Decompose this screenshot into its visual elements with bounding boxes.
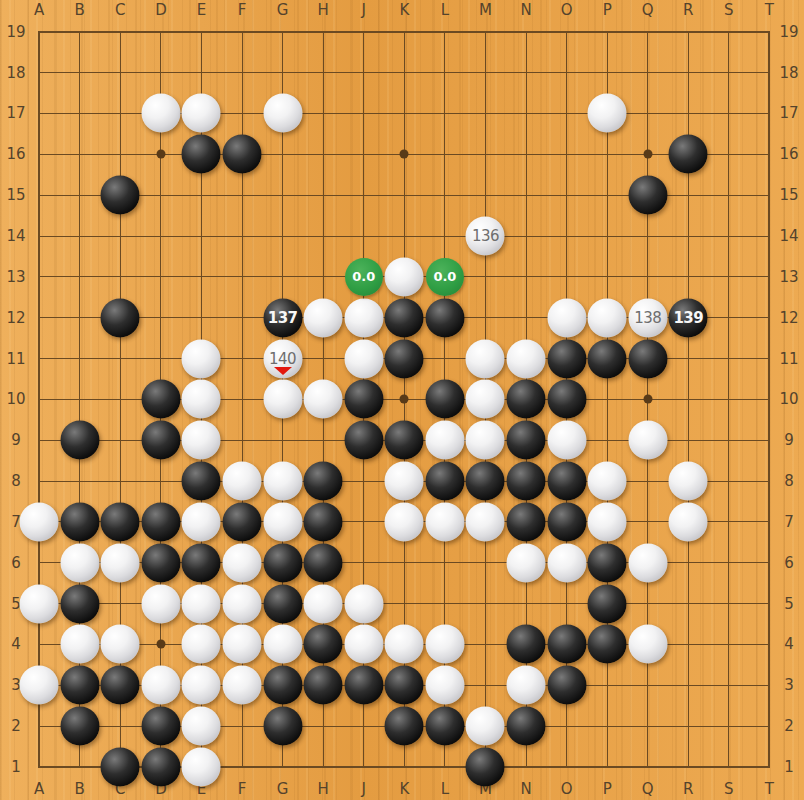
- white-stone-E4[interactable]: [182, 625, 221, 664]
- white-stone-E7[interactable]: [182, 502, 221, 541]
- black-stone-B9[interactable]: [60, 421, 99, 460]
- coord-top-N: N: [520, 1, 531, 19]
- black-stone-E6[interactable]: [182, 543, 221, 582]
- coord-right-10: 10: [779, 390, 798, 408]
- coord-top-F: F: [238, 1, 247, 19]
- white-stone-R7[interactable]: [669, 502, 708, 541]
- white-stone-J11[interactable]: [344, 339, 383, 378]
- black-stone-L12[interactable]: [425, 298, 464, 337]
- coord-right-8: 8: [784, 472, 794, 490]
- white-stone-L4[interactable]: [425, 625, 464, 664]
- coord-bottom-S: S: [724, 780, 734, 798]
- white-stone-B4[interactable]: [60, 625, 99, 664]
- white-stone-E2[interactable]: [182, 707, 221, 746]
- coord-bottom-N: N: [520, 780, 531, 798]
- white-stone-O9[interactable]: [547, 421, 586, 460]
- coord-right-11: 11: [779, 350, 798, 368]
- white-stone-F6[interactable]: [223, 543, 262, 582]
- white-stone-J5[interactable]: [344, 584, 383, 623]
- black-stone-K9[interactable]: [385, 421, 424, 460]
- coord-left-18: 18: [6, 64, 25, 82]
- black-stone-Q15[interactable]: [628, 176, 667, 215]
- black-stone-J10[interactable]: [344, 380, 383, 419]
- coord-top-R: R: [683, 1, 693, 19]
- white-stone-R8[interactable]: [669, 462, 708, 501]
- white-stone-M2[interactable]: [466, 707, 505, 746]
- coord-top-K: K: [399, 1, 409, 19]
- white-stone-N3[interactable]: [507, 666, 546, 705]
- coord-left-4: 4: [11, 635, 21, 653]
- coord-top-Q: Q: [642, 1, 654, 19]
- white-stone-C6[interactable]: [101, 543, 140, 582]
- coord-left-14: 14: [6, 227, 25, 245]
- white-stone-Q9[interactable]: [628, 421, 667, 460]
- star-point-K10: [400, 395, 409, 404]
- coord-right-7: 7: [784, 513, 794, 531]
- coord-top-S: S: [724, 1, 734, 19]
- black-stone-H3[interactable]: [304, 666, 343, 705]
- black-stone-H7[interactable]: [304, 502, 343, 541]
- white-stone-F3[interactable]: [223, 666, 262, 705]
- black-stone-P11[interactable]: [588, 339, 627, 378]
- black-stone-O10[interactable]: [547, 380, 586, 419]
- white-stone-D3[interactable]: [141, 666, 180, 705]
- coord-right-14: 14: [779, 227, 798, 245]
- coord-left-11: 11: [6, 350, 25, 368]
- black-stone-C1[interactable]: [101, 747, 140, 786]
- black-stone-P4[interactable]: [588, 625, 627, 664]
- black-stone-L10[interactable]: [425, 380, 464, 419]
- grid-vline: [728, 32, 729, 767]
- move-number-139: 139: [673, 310, 703, 325]
- coord-left-13: 13: [6, 268, 25, 286]
- coord-left-10: 10: [6, 390, 25, 408]
- black-stone-F16[interactable]: [223, 135, 262, 174]
- white-stone-H12[interactable]: [304, 298, 343, 337]
- white-stone-L7[interactable]: [425, 502, 464, 541]
- coord-right-12: 12: [779, 309, 798, 327]
- white-stone-M7[interactable]: [466, 502, 505, 541]
- white-stone-K4[interactable]: [385, 625, 424, 664]
- coord-top-E: E: [197, 1, 206, 19]
- black-stone-K2[interactable]: [385, 707, 424, 746]
- black-stone-N10[interactable]: [507, 380, 546, 419]
- coord-right-15: 15: [779, 186, 798, 204]
- black-stone-C3[interactable]: [101, 666, 140, 705]
- black-stone-O4[interactable]: [547, 625, 586, 664]
- white-stone-M14[interactable]: 136: [466, 217, 505, 256]
- black-stone-O7[interactable]: [547, 502, 586, 541]
- coord-left-1: 1: [11, 758, 21, 776]
- white-stone-P8[interactable]: [588, 462, 627, 501]
- analysis-suggestion-L13[interactable]: 0.0: [426, 258, 464, 296]
- black-stone-D10[interactable]: [141, 380, 180, 419]
- coord-top-C: C: [115, 1, 125, 19]
- coord-bottom-L: L: [441, 780, 449, 798]
- coord-left-9: 9: [11, 431, 21, 449]
- black-stone-O3[interactable]: [547, 666, 586, 705]
- coord-right-19: 19: [779, 23, 798, 41]
- coord-bottom-T: T: [765, 780, 774, 798]
- coord-left-2: 2: [11, 717, 21, 735]
- coord-bottom-B: B: [75, 780, 85, 798]
- white-stone-K8[interactable]: [385, 462, 424, 501]
- white-stone-B6[interactable]: [60, 543, 99, 582]
- white-stone-Q12[interactable]: 138: [628, 298, 667, 337]
- coord-left-8: 8: [11, 472, 21, 490]
- grid-vline: [768, 32, 770, 767]
- white-stone-P12[interactable]: [588, 298, 627, 337]
- black-stone-C12[interactable]: [101, 298, 140, 337]
- black-stone-E8[interactable]: [182, 462, 221, 501]
- white-stone-E9[interactable]: [182, 421, 221, 460]
- coord-left-12: 12: [6, 309, 25, 327]
- white-stone-G17[interactable]: [263, 94, 302, 133]
- coord-left-17: 17: [6, 104, 25, 122]
- white-stone-C4[interactable]: [101, 625, 140, 664]
- white-stone-J4[interactable]: [344, 625, 383, 664]
- black-stone-C7[interactable]: [101, 502, 140, 541]
- black-stone-Q11[interactable]: [628, 339, 667, 378]
- coord-bottom-H: H: [318, 780, 329, 798]
- coord-right-9: 9: [784, 431, 794, 449]
- black-stone-N9[interactable]: [507, 421, 546, 460]
- go-board-app: AABBCCDDEEFFGGHHJJKKLLMMNNOOPPQQRRSSTT19…: [0, 0, 804, 800]
- coord-bottom-F: F: [238, 780, 247, 798]
- black-stone-G12[interactable]: 137: [263, 298, 302, 337]
- white-stone-O6[interactable]: [547, 543, 586, 582]
- coord-left-15: 15: [6, 186, 25, 204]
- black-stone-H4[interactable]: [304, 625, 343, 664]
- coord-top-P: P: [603, 1, 612, 19]
- black-stone-G2[interactable]: [263, 707, 302, 746]
- black-stone-F7[interactable]: [223, 502, 262, 541]
- black-stone-K11[interactable]: [385, 339, 424, 378]
- coord-top-D: D: [155, 1, 167, 19]
- black-stone-B3[interactable]: [60, 666, 99, 705]
- white-stone-P7[interactable]: [588, 502, 627, 541]
- analysis-suggestion-J13[interactable]: 0.0: [345, 258, 383, 296]
- black-stone-B2[interactable]: [60, 707, 99, 746]
- white-stone-E10[interactable]: [182, 380, 221, 419]
- coord-right-4: 4: [784, 635, 794, 653]
- coord-right-17: 17: [779, 104, 798, 122]
- coord-right-13: 13: [779, 268, 798, 286]
- black-stone-D7[interactable]: [141, 502, 180, 541]
- black-stone-K12[interactable]: [385, 298, 424, 337]
- white-stone-Q6[interactable]: [628, 543, 667, 582]
- white-stone-J12[interactable]: [344, 298, 383, 337]
- star-point-Q10: [643, 395, 652, 404]
- coord-right-1: 1: [784, 758, 794, 776]
- black-stone-L2[interactable]: [425, 707, 464, 746]
- white-stone-F4[interactable]: [223, 625, 262, 664]
- coord-top-T: T: [765, 1, 774, 19]
- black-stone-K3[interactable]: [385, 666, 424, 705]
- move-number-138: 138: [634, 310, 661, 325]
- coord-bottom-Q: Q: [642, 780, 654, 798]
- coord-top-J: J: [362, 1, 366, 19]
- coord-right-3: 3: [784, 676, 794, 694]
- white-stone-G7[interactable]: [263, 502, 302, 541]
- black-stone-D6[interactable]: [141, 543, 180, 582]
- move-number-140: 140: [269, 351, 296, 366]
- white-stone-K7[interactable]: [385, 502, 424, 541]
- black-stone-O8[interactable]: [547, 462, 586, 501]
- black-stone-J9[interactable]: [344, 421, 383, 460]
- coord-top-B: B: [75, 1, 85, 19]
- star-point-K16: [400, 150, 409, 159]
- white-stone-D17[interactable]: [141, 94, 180, 133]
- white-stone-L9[interactable]: [425, 421, 464, 460]
- black-stone-N8[interactable]: [507, 462, 546, 501]
- coord-bottom-P: P: [603, 780, 612, 798]
- black-stone-M1[interactable]: [466, 747, 505, 786]
- black-stone-G6[interactable]: [263, 543, 302, 582]
- black-stone-B7[interactable]: [60, 502, 99, 541]
- white-stone-E11[interactable]: [182, 339, 221, 378]
- white-stone-P17[interactable]: [588, 94, 627, 133]
- white-stone-M9[interactable]: [466, 421, 505, 460]
- coord-bottom-K: K: [399, 780, 409, 798]
- white-stone-F8[interactable]: [223, 462, 262, 501]
- white-stone-D5[interactable]: [141, 584, 180, 623]
- coord-top-A: A: [34, 1, 44, 19]
- white-stone-A5[interactable]: [20, 584, 59, 623]
- coord-right-6: 6: [784, 554, 794, 572]
- black-stone-D9[interactable]: [141, 421, 180, 460]
- white-stone-M10[interactable]: [466, 380, 505, 419]
- white-stone-G10[interactable]: [263, 380, 302, 419]
- white-stone-G4[interactable]: [263, 625, 302, 664]
- coord-right-16: 16: [779, 145, 798, 163]
- black-stone-D1[interactable]: [141, 747, 180, 786]
- last-move-marker-icon: [274, 367, 292, 375]
- black-stone-J3[interactable]: [344, 666, 383, 705]
- coord-left-19: 19: [6, 23, 25, 41]
- coord-bottom-R: R: [683, 780, 693, 798]
- white-stone-A7[interactable]: [20, 502, 59, 541]
- white-stone-H10[interactable]: [304, 380, 343, 419]
- black-stone-P6[interactable]: [588, 543, 627, 582]
- star-point-D4: [156, 640, 165, 649]
- white-stone-H5[interactable]: [304, 584, 343, 623]
- black-stone-N7[interactable]: [507, 502, 546, 541]
- coord-right-2: 2: [784, 717, 794, 735]
- move-number-136: 136: [472, 229, 499, 244]
- white-stone-G8[interactable]: [263, 462, 302, 501]
- white-stone-F5[interactable]: [223, 584, 262, 623]
- coord-right-18: 18: [779, 64, 798, 82]
- star-point-Q16: [643, 150, 652, 159]
- coord-bottom-A: A: [34, 780, 44, 798]
- coord-left-16: 16: [6, 145, 25, 163]
- black-stone-L8[interactable]: [425, 462, 464, 501]
- white-stone-Q4[interactable]: [628, 625, 667, 664]
- white-stone-O12[interactable]: [547, 298, 586, 337]
- white-stone-A3[interactable]: [20, 666, 59, 705]
- coord-top-O: O: [561, 1, 573, 19]
- white-stone-E5[interactable]: [182, 584, 221, 623]
- black-stone-P5[interactable]: [588, 584, 627, 623]
- black-stone-N4[interactable]: [507, 625, 546, 664]
- black-stone-G3[interactable]: [263, 666, 302, 705]
- white-stone-E1[interactable]: [182, 747, 221, 786]
- white-stone-N11[interactable]: [507, 339, 546, 378]
- white-stone-K13[interactable]: [385, 257, 424, 296]
- black-stone-M8[interactable]: [466, 462, 505, 501]
- black-stone-R12[interactable]: 139: [669, 298, 708, 337]
- white-stone-E3[interactable]: [182, 666, 221, 705]
- black-stone-H6[interactable]: [304, 543, 343, 582]
- coord-bottom-G: G: [277, 780, 289, 798]
- black-stone-E16[interactable]: [182, 135, 221, 174]
- coord-bottom-J: J: [362, 780, 366, 798]
- black-stone-R16[interactable]: [669, 135, 708, 174]
- coord-top-H: H: [318, 1, 329, 19]
- coord-right-5: 5: [784, 595, 794, 613]
- star-point-D16: [156, 150, 165, 159]
- black-stone-B5[interactable]: [60, 584, 99, 623]
- coord-bottom-O: O: [561, 780, 573, 798]
- black-stone-D2[interactable]: [141, 707, 180, 746]
- white-stone-L3[interactable]: [425, 666, 464, 705]
- white-stone-E17[interactable]: [182, 94, 221, 133]
- black-stone-C15[interactable]: [101, 176, 140, 215]
- white-stone-M11[interactable]: [466, 339, 505, 378]
- black-stone-N2[interactable]: [507, 707, 546, 746]
- black-stone-G5[interactable]: [263, 584, 302, 623]
- black-stone-O11[interactable]: [547, 339, 586, 378]
- move-number-137: 137: [268, 310, 298, 325]
- black-stone-H8[interactable]: [304, 462, 343, 501]
- coord-top-M: M: [479, 1, 492, 19]
- coord-left-6: 6: [11, 554, 21, 572]
- white-stone-N6[interactable]: [507, 543, 546, 582]
- coord-top-G: G: [277, 1, 289, 19]
- coord-top-L: L: [441, 1, 449, 19]
